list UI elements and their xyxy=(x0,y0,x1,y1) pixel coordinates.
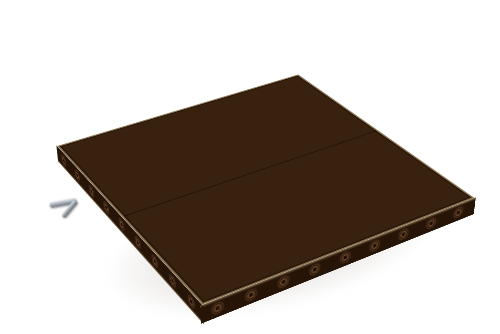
product-photo xyxy=(0,0,500,334)
